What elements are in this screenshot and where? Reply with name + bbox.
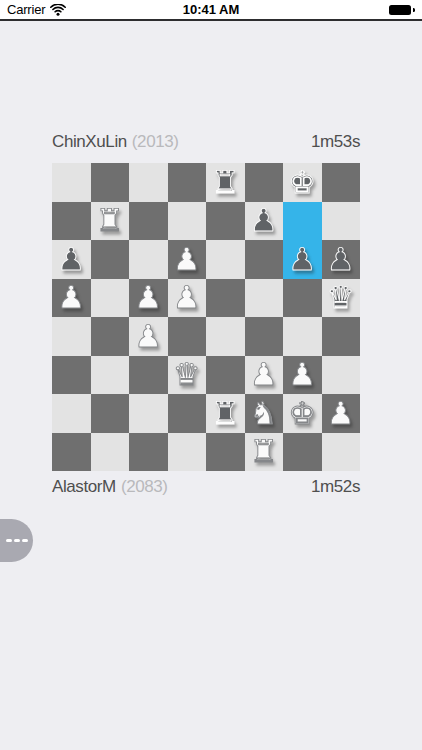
square-c3[interactable] xyxy=(129,356,168,395)
square-f6[interactable] xyxy=(245,240,284,279)
square-b2[interactable] xyxy=(91,394,130,433)
drawer-handle-button[interactable] xyxy=(0,519,33,562)
square-f2[interactable]: ♞ xyxy=(245,394,284,433)
piece-black-pawn[interactable]: ♟ xyxy=(327,244,355,275)
square-a4[interactable] xyxy=(52,317,91,356)
square-f8[interactable] xyxy=(245,163,284,202)
drawer-dash-icon xyxy=(22,539,28,542)
player-name: AlastorM xyxy=(52,477,116,497)
square-f3[interactable]: ♟ xyxy=(245,356,284,395)
piece-white-pawn[interactable]: ♟ xyxy=(327,398,355,429)
square-h8[interactable] xyxy=(322,163,361,202)
piece-white-queen[interactable]: ♛ xyxy=(173,359,201,390)
square-g1[interactable] xyxy=(283,433,322,472)
player-rating: (2083) xyxy=(121,477,168,497)
square-f7[interactable]: ♟ xyxy=(245,202,284,241)
square-a6[interactable]: ♟ xyxy=(52,240,91,279)
piece-white-knight[interactable]: ♞ xyxy=(250,398,278,429)
square-b8[interactable] xyxy=(91,163,130,202)
square-a2[interactable] xyxy=(52,394,91,433)
piece-black-pawn[interactable]: ♟ xyxy=(57,244,85,275)
square-e5[interactable] xyxy=(206,279,245,318)
square-e1[interactable] xyxy=(206,433,245,472)
drawer-dash-icon xyxy=(6,539,12,542)
square-d7[interactable] xyxy=(168,202,207,241)
battery-icon xyxy=(389,5,411,15)
square-g4[interactable] xyxy=(283,317,322,356)
piece-white-rook[interactable]: ♜ xyxy=(250,436,278,467)
square-c7[interactable] xyxy=(129,202,168,241)
opponent-identity: ChinXuLin (2013) xyxy=(52,132,179,152)
piece-black-rook[interactable]: ♜ xyxy=(211,167,239,198)
opponent-row: ChinXuLin (2013) 1m53s xyxy=(52,127,360,157)
square-h6[interactable]: ♟ xyxy=(322,240,361,279)
square-d3[interactable]: ♛ xyxy=(168,356,207,395)
square-a7[interactable] xyxy=(52,202,91,241)
opponent-name: ChinXuLin xyxy=(52,132,127,152)
square-g3[interactable]: ♟ xyxy=(283,356,322,395)
square-d4[interactable] xyxy=(168,317,207,356)
wifi-icon xyxy=(50,4,66,16)
square-g8[interactable]: ♚ xyxy=(283,163,322,202)
opponent-clock: 1m53s xyxy=(311,132,360,152)
carrier-label: Carrier xyxy=(7,2,45,17)
square-b4[interactable] xyxy=(91,317,130,356)
player-clock: 1m52s xyxy=(311,477,360,497)
square-e6[interactable] xyxy=(206,240,245,279)
app-screen: Carrier 10:41 AM ChinXuLin (2013) 1m53s … xyxy=(0,0,422,750)
square-h4[interactable] xyxy=(322,317,361,356)
square-c4[interactable]: ♟ xyxy=(129,317,168,356)
square-d5[interactable]: ♟ xyxy=(168,279,207,318)
piece-white-pawn[interactable]: ♟ xyxy=(134,282,162,313)
square-g2[interactable]: ♚ xyxy=(283,394,322,433)
battery-nub xyxy=(413,8,415,12)
chess-board[interactable]: ♜♚♜♟♟♟♟♟♟♟♟♛♟♛♟♟♜♞♚♟♜ xyxy=(52,163,360,471)
piece-white-pawn[interactable]: ♟ xyxy=(173,244,201,275)
square-b7[interactable]: ♜ xyxy=(91,202,130,241)
square-e2[interactable]: ♜ xyxy=(206,394,245,433)
piece-white-pawn[interactable]: ♟ xyxy=(173,282,201,313)
square-h2[interactable]: ♟ xyxy=(322,394,361,433)
square-a8[interactable] xyxy=(52,163,91,202)
square-h5[interactable]: ♛ xyxy=(322,279,361,318)
piece-white-pawn[interactable]: ♟ xyxy=(57,282,85,313)
square-e4[interactable] xyxy=(206,317,245,356)
status-bar: Carrier 10:41 AM xyxy=(0,0,422,21)
square-c5[interactable]: ♟ xyxy=(129,279,168,318)
piece-white-king[interactable]: ♚ xyxy=(288,398,316,429)
square-d8[interactable] xyxy=(168,163,207,202)
square-g5[interactable] xyxy=(283,279,322,318)
square-f5[interactable] xyxy=(245,279,284,318)
square-g6[interactable]: ♟ xyxy=(283,240,322,279)
piece-white-pawn[interactable]: ♟ xyxy=(134,321,162,352)
square-c8[interactable] xyxy=(129,163,168,202)
square-f1[interactable]: ♜ xyxy=(245,433,284,472)
drawer-dash-icon xyxy=(14,539,20,542)
square-b1[interactable] xyxy=(91,433,130,472)
status-bar-right xyxy=(389,5,415,15)
square-d6[interactable]: ♟ xyxy=(168,240,207,279)
piece-white-rook[interactable]: ♜ xyxy=(96,205,124,236)
square-d1[interactable] xyxy=(168,433,207,472)
piece-black-rook[interactable]: ♜ xyxy=(211,398,239,429)
square-b5[interactable] xyxy=(91,279,130,318)
square-e8[interactable]: ♜ xyxy=(206,163,245,202)
square-d2[interactable] xyxy=(168,394,207,433)
square-g7[interactable] xyxy=(283,202,322,241)
square-a1[interactable] xyxy=(52,433,91,472)
square-h1[interactable] xyxy=(322,433,361,472)
player-identity: AlastorM (2083) xyxy=(52,477,168,497)
square-c2[interactable] xyxy=(129,394,168,433)
opponent-rating: (2013) xyxy=(132,132,179,152)
square-h3[interactable] xyxy=(322,356,361,395)
piece-black-queen[interactable]: ♛ xyxy=(327,282,355,313)
square-a3[interactable] xyxy=(52,356,91,395)
piece-black-pawn[interactable]: ♟ xyxy=(250,205,278,236)
square-c1[interactable] xyxy=(129,433,168,472)
square-a5[interactable]: ♟ xyxy=(52,279,91,318)
status-bar-left: Carrier xyxy=(7,2,66,17)
piece-black-king[interactable]: ♚ xyxy=(288,167,316,198)
piece-black-pawn[interactable]: ♟ xyxy=(288,244,316,275)
square-h7[interactable] xyxy=(322,202,361,241)
piece-white-pawn[interactable]: ♟ xyxy=(250,359,278,390)
square-b3[interactable] xyxy=(91,356,130,395)
square-c6[interactable] xyxy=(129,240,168,279)
player-row: AlastorM (2083) 1m52s xyxy=(52,472,360,502)
square-b6[interactable] xyxy=(91,240,130,279)
square-e7[interactable] xyxy=(206,202,245,241)
piece-white-pawn[interactable]: ♟ xyxy=(288,359,316,390)
square-f4[interactable] xyxy=(245,317,284,356)
square-e3[interactable] xyxy=(206,356,245,395)
